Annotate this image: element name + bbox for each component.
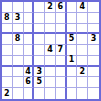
cell-r8c4[interactable]: 5 xyxy=(34,77,45,88)
cell-r2c7[interactable] xyxy=(67,13,78,24)
cell-r9c2[interactable] xyxy=(13,88,24,99)
cell-r9c1[interactable]: 2 xyxy=(2,88,13,99)
cell-r1c6[interactable]: 6 xyxy=(56,2,67,13)
cell-r1c7[interactable] xyxy=(67,2,78,13)
cell-r1c2[interactable] xyxy=(13,2,24,13)
cell-r1c3[interactable] xyxy=(24,2,35,13)
cell-r9c6[interactable] xyxy=(56,88,67,99)
cell-r9c9[interactable] xyxy=(88,88,99,99)
cell-r3c4[interactable] xyxy=(34,24,45,35)
cell-r8c9[interactable] xyxy=(88,77,99,88)
cell-r6c9[interactable] xyxy=(88,56,99,67)
cell-r5c6[interactable]: 7 xyxy=(56,45,67,56)
cell-r4c4[interactable] xyxy=(34,34,45,45)
cell-r1c8[interactable]: 4 xyxy=(77,2,88,13)
cell-r2c2[interactable]: 3 xyxy=(13,13,24,24)
cell-r7c6[interactable] xyxy=(56,67,67,78)
cell-r2c1[interactable]: 8 xyxy=(2,13,13,24)
cell-r6c6[interactable] xyxy=(56,56,67,67)
cell-r2c5[interactable] xyxy=(45,13,56,24)
cell-r4c9[interactable]: 3 xyxy=(88,34,99,45)
cell-r4c2[interactable]: 8 xyxy=(13,34,24,45)
cell-r7c3[interactable]: 4 xyxy=(24,67,35,78)
cell-r2c6[interactable] xyxy=(56,13,67,24)
cell-r3c8[interactable] xyxy=(77,24,88,35)
cell-r3c9[interactable] xyxy=(88,24,99,35)
cell-r5c8[interactable] xyxy=(77,45,88,56)
cell-r9c3[interactable] xyxy=(24,88,35,99)
cell-r4c1[interactable] xyxy=(2,34,13,45)
cell-r8c3[interactable]: 6 xyxy=(24,77,35,88)
cell-r8c1[interactable] xyxy=(2,77,13,88)
cell-r7c8[interactable]: 2 xyxy=(77,67,88,78)
cell-r9c7[interactable] xyxy=(67,88,78,99)
cell-r4c6[interactable] xyxy=(56,34,67,45)
cell-r3c1[interactable] xyxy=(2,24,13,35)
cell-r9c5[interactable] xyxy=(45,88,56,99)
cell-r5c1[interactable] xyxy=(2,45,13,56)
cell-r5c5[interactable]: 4 xyxy=(45,45,56,56)
cell-r6c1[interactable] xyxy=(2,56,13,67)
cell-r8c5[interactable] xyxy=(45,77,56,88)
cell-r7c1[interactable] xyxy=(2,67,13,78)
cell-r4c3[interactable] xyxy=(24,34,35,45)
cell-r1c9[interactable] xyxy=(88,2,99,13)
cell-r3c3[interactable] xyxy=(24,24,35,35)
cell-r1c4[interactable] xyxy=(34,2,45,13)
cell-r9c8[interactable] xyxy=(77,88,88,99)
cell-r2c4[interactable] xyxy=(34,13,45,24)
cell-r3c6[interactable] xyxy=(56,24,67,35)
cell-r5c2[interactable] xyxy=(13,45,24,56)
cell-r5c7[interactable] xyxy=(67,45,78,56)
cell-r7c9[interactable] xyxy=(88,67,99,78)
cell-r8c2[interactable] xyxy=(13,77,24,88)
cell-r2c9[interactable] xyxy=(88,13,99,24)
cell-r9c4[interactable] xyxy=(34,88,45,99)
cell-r8c8[interactable] xyxy=(77,77,88,88)
cell-r6c2[interactable] xyxy=(13,56,24,67)
cell-r5c3[interactable] xyxy=(24,45,35,56)
cell-r8c6[interactable] xyxy=(56,77,67,88)
cell-r3c2[interactable] xyxy=(13,24,24,35)
cell-r7c5[interactable] xyxy=(45,67,56,78)
cell-r2c3[interactable] xyxy=(24,13,35,24)
cell-r4c7[interactable]: 5 xyxy=(67,34,78,45)
cell-r7c4[interactable]: 3 xyxy=(34,67,45,78)
cell-r6c5[interactable] xyxy=(45,56,56,67)
cell-r8c7[interactable] xyxy=(67,77,78,88)
cell-r1c5[interactable]: 2 xyxy=(45,2,56,13)
cell-r3c5[interactable] xyxy=(45,24,56,35)
cell-r6c4[interactable] xyxy=(34,56,45,67)
cell-r5c4[interactable] xyxy=(34,45,45,56)
cell-r2c8[interactable] xyxy=(77,13,88,24)
cell-r3c7[interactable] xyxy=(67,24,78,35)
cell-r6c7[interactable]: 1 xyxy=(67,56,78,67)
cell-r4c5[interactable] xyxy=(45,34,56,45)
cell-r6c8[interactable] xyxy=(77,56,88,67)
cell-r6c3[interactable] xyxy=(24,56,35,67)
cell-r4c8[interactable] xyxy=(77,34,88,45)
cell-r5c9[interactable] xyxy=(88,45,99,56)
cell-r1c1[interactable] xyxy=(2,2,13,13)
sudoku-board: 26483853471432652 xyxy=(0,0,101,101)
cell-r7c7[interactable] xyxy=(67,67,78,78)
cell-r7c2[interactable] xyxy=(13,67,24,78)
